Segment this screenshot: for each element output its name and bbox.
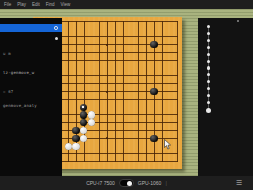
game-tree-node-3[interactable] bbox=[207, 46, 210, 49]
game-tree-node-12[interactable] bbox=[206, 108, 211, 113]
white-to-play-dot-icon bbox=[127, 181, 132, 186]
status-bar: CPU-i7 7500 GPU-1060 | ☰ bbox=[0, 176, 253, 190]
white-player-name: GPU-1060 bbox=[138, 180, 162, 186]
black-stone-Q4 bbox=[150, 135, 157, 142]
black-stone-G8 bbox=[80, 104, 87, 111]
game-tree-panel bbox=[198, 18, 253, 185]
game-tree-node-6[interactable] bbox=[207, 66, 210, 69]
go-app-window: File Play Edit Find View u m lz bbox=[0, 0, 253, 190]
mouse-cursor-icon bbox=[164, 136, 172, 154]
game-tree-node-7[interactable] bbox=[207, 73, 210, 76]
black-stone-F4 bbox=[72, 135, 79, 142]
game-tree-node-10[interactable] bbox=[207, 94, 210, 97]
star-point bbox=[106, 137, 108, 139]
console-line: = 67 bbox=[3, 89, 13, 94]
black-stone-G6 bbox=[80, 119, 87, 126]
menu-find[interactable]: Find bbox=[46, 0, 55, 9]
last-move-marker bbox=[82, 106, 84, 108]
star-point bbox=[106, 44, 108, 46]
gtp-console[interactable]: u m lz-genmove_w = 67 genmove_analy bbox=[0, 18, 62, 185]
black-player-name: CPU-i7 7500 bbox=[86, 180, 115, 186]
white-stone-G5 bbox=[80, 127, 87, 134]
star-point bbox=[106, 91, 108, 93]
game-tree-node-4[interactable] bbox=[207, 53, 210, 56]
game-tree-node-8[interactable] bbox=[207, 80, 210, 83]
game-tree-node-1[interactable] bbox=[207, 32, 210, 35]
game-tree-node-9[interactable] bbox=[207, 87, 210, 90]
menu-hamburger-icon[interactable]: ☰ bbox=[236, 179, 242, 187]
white-stone-F3 bbox=[72, 143, 79, 150]
game-tree-node-5[interactable] bbox=[207, 60, 210, 63]
game-tree-node-11[interactable] bbox=[207, 101, 210, 104]
white-stone-H7 bbox=[88, 111, 95, 118]
console-line: genmove_analy bbox=[3, 103, 37, 108]
game-tree-node-2[interactable] bbox=[207, 39, 210, 42]
black-stone-Q10 bbox=[150, 88, 157, 95]
status-separator: | bbox=[165, 180, 166, 186]
menu-view[interactable]: View bbox=[61, 0, 71, 9]
white-stone-G4 bbox=[80, 135, 87, 142]
console-line: lz-genmove_w bbox=[3, 70, 34, 75]
menu-bar: File Play Edit Find View bbox=[0, 0, 253, 9]
menu-file[interactable]: File bbox=[4, 0, 11, 9]
white-stone-H6 bbox=[88, 119, 95, 126]
black-stone-G7 bbox=[80, 111, 87, 118]
menu-edit[interactable]: Edit bbox=[32, 0, 40, 9]
engine-sidebar: u m lz-genmove_w = 67 genmove_analy bbox=[0, 18, 62, 185]
menu-play[interactable]: Play bbox=[17, 0, 26, 9]
console-line: u m bbox=[3, 51, 11, 56]
game-tree-node-0[interactable] bbox=[207, 25, 210, 28]
black-stone-Q16 bbox=[150, 41, 157, 48]
main-area: u m lz-genmove_w = 67 genmove_analy bbox=[0, 9, 253, 176]
black-stone-F5 bbox=[72, 127, 79, 134]
turn-indicator-toggle[interactable] bbox=[119, 179, 134, 187]
game-tree[interactable] bbox=[198, 18, 253, 185]
white-stone-E3 bbox=[65, 143, 72, 150]
